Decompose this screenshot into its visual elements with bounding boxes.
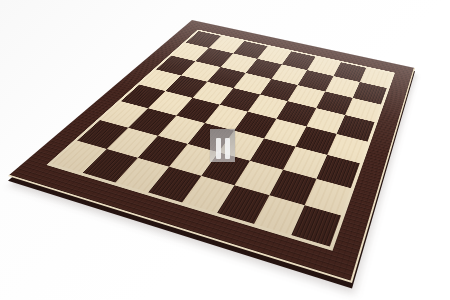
watermark-bar-icon: [225, 138, 230, 159]
product-photo-canvas: [0, 0, 450, 300]
watermark-bar-icon: [216, 138, 221, 159]
watermark-icon: [210, 129, 235, 162]
